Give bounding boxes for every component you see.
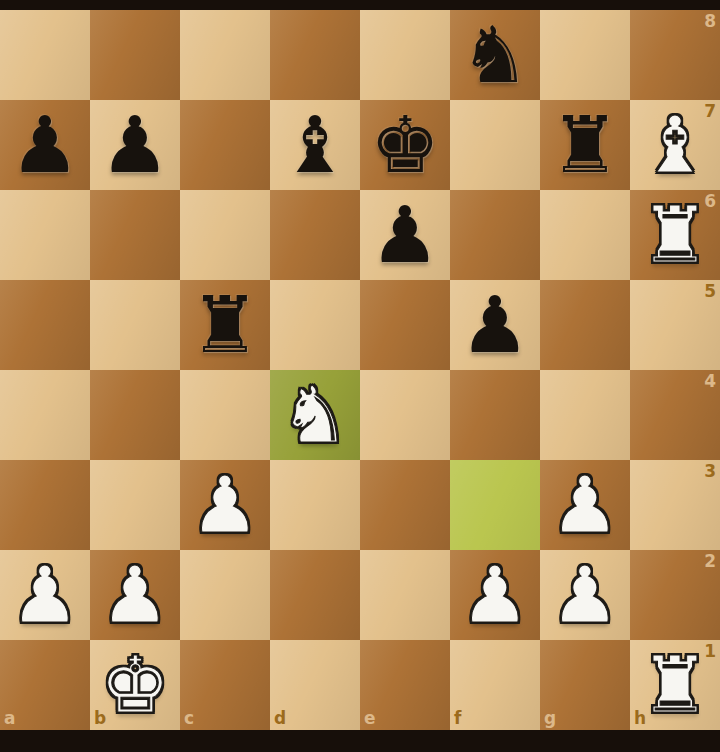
square-b7[interactable]: ♟ (90, 100, 180, 190)
square-g1[interactable]: g (540, 640, 630, 730)
white-pawn[interactable]: ♟ (450, 550, 540, 640)
square-f3[interactable] (450, 460, 540, 550)
square-h5[interactable]: 5 (630, 280, 720, 370)
square-f8[interactable]: ♞ (450, 10, 540, 100)
square-e4[interactable] (360, 370, 450, 460)
square-h1[interactable]: ♜1h (630, 640, 720, 730)
rank-label-5: 5 (704, 283, 716, 300)
square-g4[interactable] (540, 370, 630, 460)
white-rook[interactable]: ♜ (630, 640, 720, 730)
square-d6[interactable] (270, 190, 360, 280)
square-g8[interactable] (540, 10, 630, 100)
square-b2[interactable]: ♟ (90, 550, 180, 640)
square-a6[interactable] (0, 190, 90, 280)
file-label-c: c (184, 710, 194, 727)
square-f7[interactable] (450, 100, 540, 190)
square-e3[interactable] (360, 460, 450, 550)
square-c1[interactable]: c (180, 640, 270, 730)
rank-label-3: 3 (704, 463, 716, 480)
square-f1[interactable]: f (450, 640, 540, 730)
white-rook[interactable]: ♜ (630, 190, 720, 280)
rank-label-4: 4 (704, 373, 716, 390)
square-a5[interactable] (0, 280, 90, 370)
file-label-d: d (274, 710, 286, 727)
square-b3[interactable] (90, 460, 180, 550)
rank-label-2: 2 (704, 553, 716, 570)
square-a8[interactable] (0, 10, 90, 100)
square-d5[interactable] (270, 280, 360, 370)
square-b1[interactable]: ♚b (90, 640, 180, 730)
square-a2[interactable]: ♟ (0, 550, 90, 640)
square-d3[interactable] (270, 460, 360, 550)
square-h4[interactable]: 4 (630, 370, 720, 460)
file-label-g: g (544, 710, 556, 727)
square-h2[interactable]: 2 (630, 550, 720, 640)
file-label-a: a (4, 710, 15, 727)
square-f4[interactable] (450, 370, 540, 460)
square-b5[interactable] (90, 280, 180, 370)
square-h7[interactable]: ♝7 (630, 100, 720, 190)
square-h3[interactable]: 3 (630, 460, 720, 550)
white-pawn[interactable]: ♟ (540, 550, 630, 640)
square-f5[interactable]: ♟ (450, 280, 540, 370)
square-e2[interactable] (360, 550, 450, 640)
square-c2[interactable] (180, 550, 270, 640)
white-pawn[interactable]: ♟ (180, 460, 270, 550)
square-d2[interactable] (270, 550, 360, 640)
white-knight[interactable]: ♞ (270, 370, 360, 460)
square-a3[interactable] (0, 460, 90, 550)
white-king[interactable]: ♚ (90, 640, 180, 730)
square-f2[interactable]: ♟ (450, 550, 540, 640)
square-d7[interactable]: ♝ (270, 100, 360, 190)
square-e5[interactable] (360, 280, 450, 370)
white-bishop[interactable]: ♝ (630, 100, 720, 190)
square-h8[interactable]: 8 (630, 10, 720, 100)
square-f6[interactable] (450, 190, 540, 280)
square-g2[interactable]: ♟ (540, 550, 630, 640)
square-d1[interactable]: d (270, 640, 360, 730)
square-b6[interactable] (90, 190, 180, 280)
black-pawn[interactable]: ♟ (450, 280, 540, 370)
file-label-f: f (454, 710, 461, 727)
square-c6[interactable] (180, 190, 270, 280)
square-a1[interactable]: a (0, 640, 90, 730)
square-c7[interactable] (180, 100, 270, 190)
white-pawn[interactable]: ♟ (0, 550, 90, 640)
square-a4[interactable] (0, 370, 90, 460)
square-c5[interactable]: ♜ (180, 280, 270, 370)
white-pawn[interactable]: ♟ (90, 550, 180, 640)
square-d4[interactable]: ♞ (270, 370, 360, 460)
square-g7[interactable]: ♜ (540, 100, 630, 190)
square-c4[interactable] (180, 370, 270, 460)
file-label-e: e (364, 710, 376, 727)
black-knight[interactable]: ♞ (450, 10, 540, 100)
square-c3[interactable]: ♟ (180, 460, 270, 550)
square-h6[interactable]: ♜6 (630, 190, 720, 280)
square-e1[interactable]: e (360, 640, 450, 730)
black-king[interactable]: ♚ (360, 100, 450, 190)
square-b8[interactable] (90, 10, 180, 100)
square-c8[interactable] (180, 10, 270, 100)
black-pawn[interactable]: ♟ (360, 190, 450, 280)
black-pawn[interactable]: ♟ (90, 100, 180, 190)
square-e6[interactable]: ♟ (360, 190, 450, 280)
black-rook[interactable]: ♜ (540, 100, 630, 190)
square-g5[interactable] (540, 280, 630, 370)
black-pawn[interactable]: ♟ (0, 100, 90, 190)
square-a7[interactable]: ♟ (0, 100, 90, 190)
square-g6[interactable] (540, 190, 630, 280)
square-e8[interactable] (360, 10, 450, 100)
board-frame: ♞8♟♟♝♚♜♝7♟♜6♜♟5♞4♟♟3♟♟♟♟2a♚bcdefg♜1h (0, 0, 720, 752)
chess-board[interactable]: ♞8♟♟♝♚♜♝7♟♜6♜♟5♞4♟♟3♟♟♟♟2a♚bcdefg♜1h (0, 10, 720, 730)
square-d8[interactable] (270, 10, 360, 100)
square-g3[interactable]: ♟ (540, 460, 630, 550)
black-bishop[interactable]: ♝ (270, 100, 360, 190)
rank-label-8: 8 (704, 13, 716, 30)
square-b4[interactable] (90, 370, 180, 460)
black-rook[interactable]: ♜ (180, 280, 270, 370)
white-pawn[interactable]: ♟ (540, 460, 630, 550)
square-e7[interactable]: ♚ (360, 100, 450, 190)
